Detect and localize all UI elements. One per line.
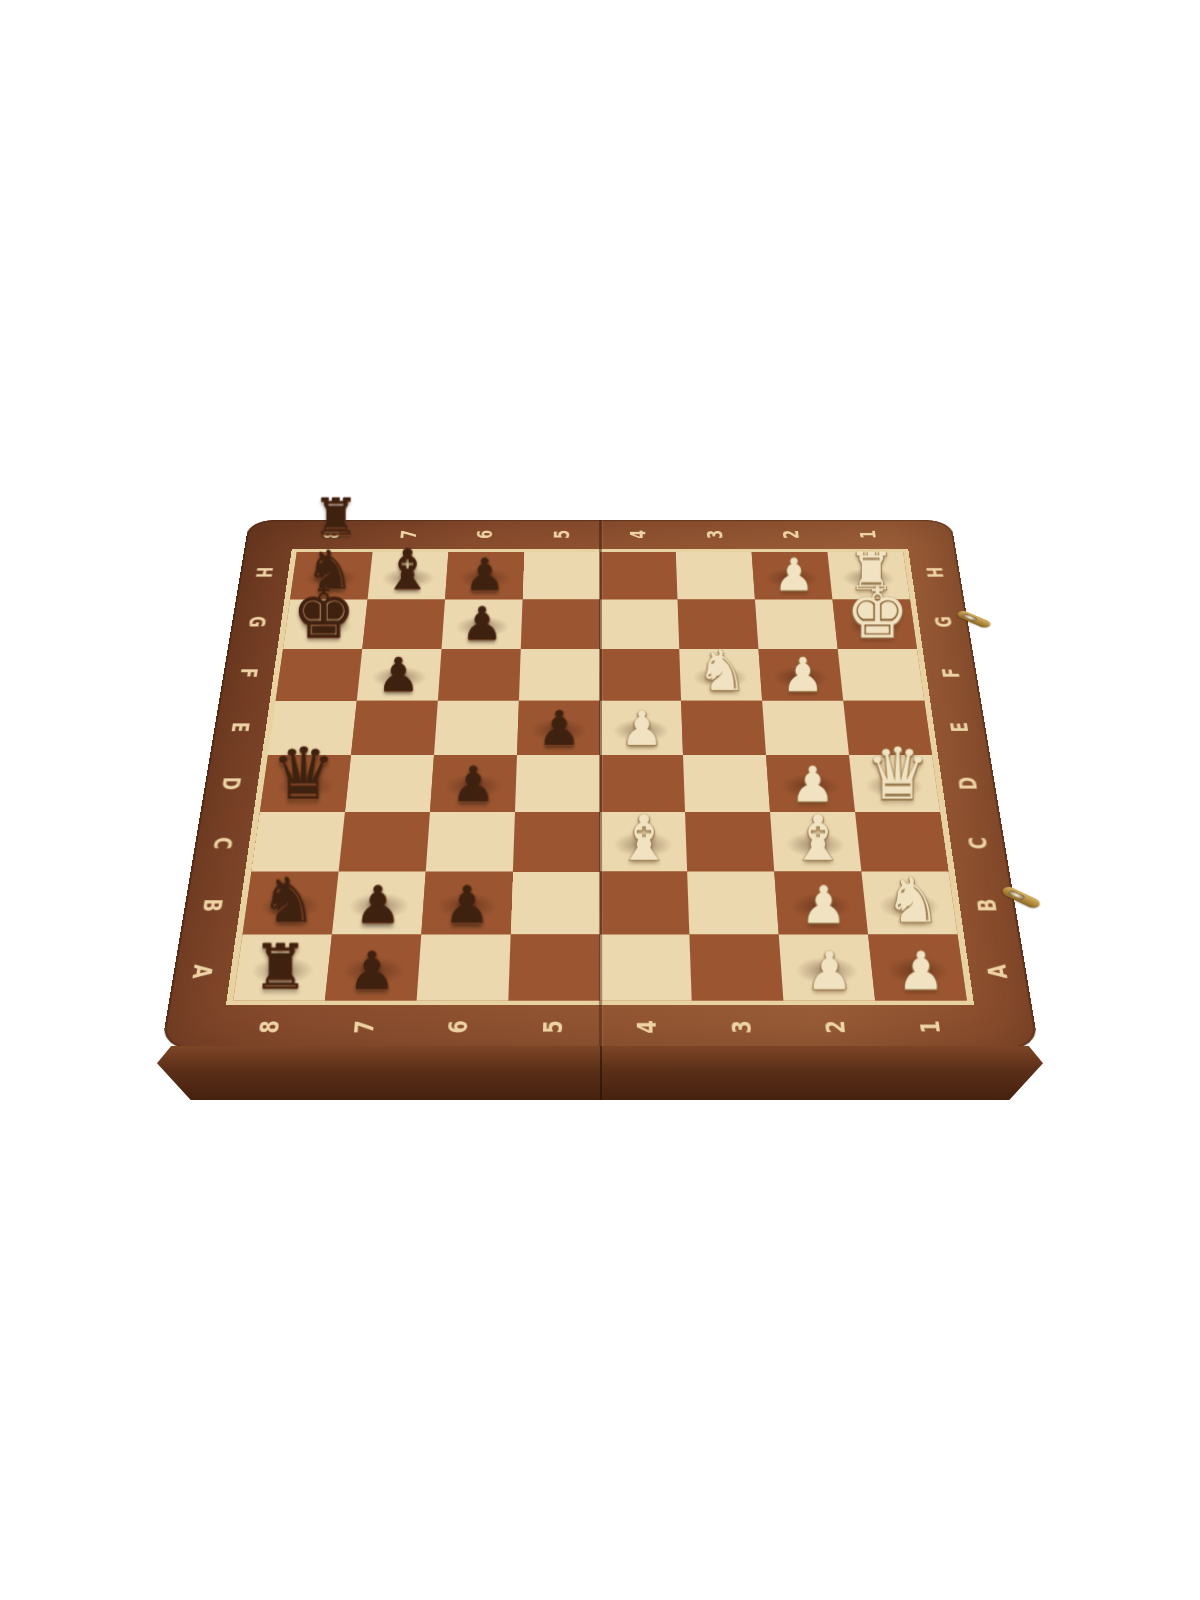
piece-black-pawn-a7: ♟ (347, 946, 394, 996)
square-a3 (689, 934, 783, 1000)
square-b3 (687, 872, 779, 935)
square-e7 (351, 701, 438, 755)
square-a1: ♟ (868, 934, 967, 1000)
square-g7 (362, 599, 445, 648)
square-d6: ♟ (430, 755, 517, 812)
fold-seam (599, 520, 602, 1048)
product-photo-page: HGFEDCBA HGFEDCBA 87654321 87654321 ♞♝♟♟… (0, 0, 1200, 1600)
file-label-h: H (908, 549, 963, 597)
file-label-e: E (210, 700, 270, 755)
piece-black-knight-b8: ♞ (260, 871, 316, 930)
square-f5 (519, 649, 600, 701)
piece-white-bishop-c2: ♝ (789, 808, 845, 868)
piece-white-knight-f3: ♞ (696, 644, 747, 698)
rank-label-3: 3 (694, 1005, 791, 1048)
square-c4: ♝ (600, 812, 687, 872)
piece-black-pawn-b7: ♟ (354, 881, 400, 930)
rank-label-7: 7 (369, 520, 448, 549)
piece-white-rook-h1: ♜ (847, 547, 894, 597)
square-f8 (276, 649, 363, 701)
rank-label-4: 4 (600, 1005, 695, 1048)
square-e2 (762, 701, 849, 755)
square-a6 (417, 934, 511, 1000)
square-e5: ♟ (517, 701, 600, 755)
case-front-side (157, 1046, 1043, 1100)
chessboard-scene: HGFEDCBA HGFEDCBA 87654321 87654321 ♞♝♟♟… (210, 365, 990, 1145)
file-label-g: G (228, 597, 285, 647)
square-b2: ♟ (774, 872, 868, 935)
square-f3: ♞ (679, 649, 762, 701)
file-label-h: H (236, 549, 291, 597)
square-e1 (843, 701, 932, 755)
square-b5 (511, 872, 600, 935)
square-c2: ♝ (770, 812, 861, 872)
square-g2 (755, 599, 838, 648)
square-a4 (600, 934, 692, 1000)
square-c6 (426, 812, 515, 872)
piece-white-pawn-a2: ♟ (805, 946, 852, 996)
piece-black-pawn-f7: ♟ (377, 653, 419, 697)
rank-label-3: 3 (676, 520, 754, 549)
square-c7 (339, 812, 430, 872)
rank-label-2: 2 (752, 520, 831, 549)
square-a7: ♟ (325, 934, 421, 1000)
square-e3 (681, 701, 766, 755)
square-g6: ♟ (442, 599, 523, 648)
square-c3 (685, 812, 774, 872)
square-b4 (600, 872, 689, 935)
rank-label-5: 5 (523, 520, 600, 549)
square-d4 (600, 755, 685, 812)
square-h3 (676, 552, 755, 599)
rank-label-1: 1 (881, 1005, 981, 1048)
file-label-b: B (180, 874, 245, 938)
square-e4: ♟ (600, 701, 683, 755)
piece-black-bishop-h7: ♝ (381, 543, 431, 596)
piece-white-bishop-c4: ♝ (615, 808, 671, 868)
file-label-a: A (168, 938, 235, 1005)
file-label-g: G (915, 597, 972, 647)
piece-black-pawn-h6: ♟ (464, 554, 504, 597)
square-d3 (683, 755, 770, 812)
square-f4 (600, 649, 681, 701)
rank-label-5: 5 (505, 1005, 600, 1048)
piece-black-pawn-b6: ♟ (443, 881, 489, 930)
file-label-b: B (955, 874, 1020, 938)
file-label-a: A (964, 938, 1031, 1005)
square-b7: ♟ (332, 872, 426, 935)
piece-black-pawn-g6: ♟ (461, 602, 502, 645)
square-h5 (523, 552, 600, 599)
square-a2: ♟ (779, 934, 875, 1000)
rank-label-1: 1 (828, 520, 908, 549)
rank-label-7: 7 (315, 1005, 413, 1048)
square-h4 (600, 552, 677, 599)
square-h6: ♟ (445, 552, 524, 599)
square-f7: ♟ (357, 649, 442, 701)
square-f1 (838, 649, 925, 701)
square-h1: ♜ (827, 552, 910, 599)
chessboard: HGFEDCBA HGFEDCBA 87654321 87654321 ♞♝♟♟… (161, 520, 1039, 1048)
rank-label-6: 6 (410, 1005, 507, 1048)
square-c1 (855, 812, 948, 872)
square-g8: ♚ (283, 599, 368, 648)
square-d2: ♟ (766, 755, 855, 812)
piece-white-knight-b1: ♞ (884, 871, 940, 930)
square-e6 (434, 701, 519, 755)
piece-white-pawn-a1: ♟ (897, 946, 944, 996)
rank-label-8: 8 (220, 1005, 320, 1048)
square-g5 (521, 599, 600, 648)
file-label-c: C (190, 813, 253, 874)
square-d8: ♛ (260, 755, 351, 812)
square-g1: ♚ (832, 599, 917, 648)
square-b1: ♞ (861, 872, 957, 935)
rank-label-2: 2 (787, 1005, 885, 1048)
square-g4 (600, 599, 679, 648)
piece-black-rook-a8: ♜ (252, 938, 307, 997)
rank-label-6: 6 (446, 520, 524, 549)
square-f2: ♟ (758, 649, 843, 701)
square-h7: ♝ (368, 552, 449, 599)
square-d7 (345, 755, 434, 812)
square-b6: ♟ (421, 872, 513, 935)
square-a8: ♜ (233, 934, 332, 1000)
file-label-c: C (946, 813, 1009, 874)
square-b8: ♞ (243, 872, 339, 935)
square-d5 (515, 755, 600, 812)
rank-label-4: 4 (600, 520, 677, 549)
piece-black-pawn-d6: ♟ (451, 762, 495, 809)
square-c8 (251, 812, 344, 872)
square-d1: ♛ (849, 755, 940, 812)
square-g3 (677, 599, 758, 648)
piece-white-pawn-b2: ♟ (800, 881, 846, 930)
piece-white-pawn-h2: ♟ (773, 554, 813, 597)
square-c5 (513, 812, 600, 872)
piece-black-knight-h8: ♞ (305, 545, 353, 596)
square-h8: ♞ (290, 552, 373, 599)
piece-white-pawn-d2: ♟ (790, 762, 834, 809)
piece-black-pawn-e5: ♟ (537, 706, 580, 752)
file-label-d: D (200, 755, 262, 813)
square-h2: ♟ (752, 552, 833, 599)
file-label-f: F (922, 647, 980, 700)
file-label-d: D (938, 755, 1000, 813)
piece-white-pawn-f2: ♟ (781, 653, 823, 697)
rank-label-8: 8 (292, 520, 372, 549)
piece-white-pawn-e4: ♟ (620, 706, 663, 752)
file-label-e: E (930, 700, 990, 755)
square-f6 (438, 649, 521, 701)
square-e8 (268, 701, 357, 755)
square-a5 (508, 934, 600, 1000)
file-label-f: F (219, 647, 277, 700)
